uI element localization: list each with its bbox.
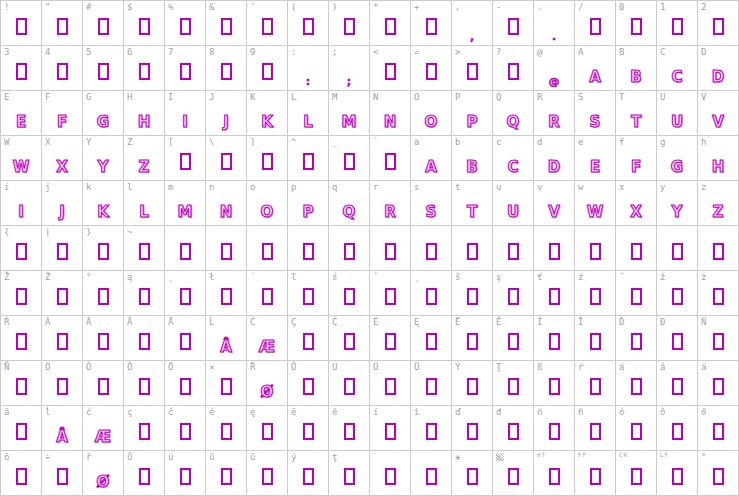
cell-label: č <box>168 407 173 417</box>
charmap-cell: % <box>165 1 205 45</box>
glyph-preview: J <box>206 115 246 130</box>
notdef-box <box>631 333 642 350</box>
notdef-box-glyph <box>83 18 123 39</box>
cell-label: ' <box>250 2 255 12</box>
charmap-cell: JJ <box>206 91 246 135</box>
cell-label: Á <box>45 317 50 327</box>
notdef-box-glyph <box>42 18 82 39</box>
notdef-box <box>590 468 601 485</box>
charmap-cell: ˇ <box>370 271 410 315</box>
glyph-preview: Æ <box>83 430 123 445</box>
notdef-box-glyph <box>124 423 164 444</box>
charmap-cell: Ŕ <box>1 316 41 360</box>
notdef-box-glyph <box>698 18 738 39</box>
cell-label: Ö <box>168 362 173 372</box>
glyph-preview: Z <box>698 205 738 220</box>
notdef-box-glyph <box>247 468 287 489</box>
notdef-box <box>467 333 478 350</box>
notdef-box-glyph <box>329 423 369 444</box>
glyph-preview: S <box>411 205 451 220</box>
charmap-cell: ý <box>288 451 328 495</box>
glyph-preview: O <box>411 115 451 130</box>
notdef-box-glyph <box>575 468 615 489</box>
charmap-cell: _ <box>329 136 369 180</box>
notdef-box <box>672 243 683 260</box>
notdef-box-glyph <box>42 378 82 399</box>
cell-label: ˇ <box>373 272 378 282</box>
glyph-preview: I <box>1 205 41 220</box>
cell-label: I <box>168 92 173 102</box>
charmap-cell: ä <box>1 406 41 450</box>
glyph-preview: A <box>575 70 615 85</box>
cell-label: 6 <box>127 47 132 57</box>
notdef-box-glyph <box>124 18 164 39</box>
glyph-preview: M <box>165 205 205 220</box>
notdef-box <box>385 153 396 170</box>
charmap-cell: ź <box>575 271 615 315</box>
cell-label: ť <box>537 272 542 282</box>
cell-label: ° <box>701 452 706 462</box>
cell-label: 0 <box>619 2 624 12</box>
charmap-cell: = <box>411 46 451 90</box>
notdef-box-glyph <box>247 423 287 444</box>
notdef-box <box>385 243 396 260</box>
charmap-cell: TT <box>616 91 656 135</box>
notdef-box-glyph <box>657 288 697 309</box>
cell-label: u <box>496 182 501 192</box>
notdef-box <box>631 378 642 395</box>
cell-label: k <box>86 182 91 192</box>
cell-label: ˙ <box>373 452 378 462</box>
charmap-cell: ,, <box>452 1 492 45</box>
glyph-preview: U <box>493 205 533 220</box>
notdef-box-glyph <box>1 63 41 84</box>
notdef-box <box>631 468 642 485</box>
charmap-cell: hH <box>698 136 738 180</box>
charmap-cell: ż <box>698 271 738 315</box>
cell-label: A <box>578 47 583 57</box>
notdef-box-glyph <box>616 288 656 309</box>
notdef-box-glyph <box>698 423 738 444</box>
charmap-cell: wW <box>575 181 615 225</box>
cell-label: v <box>537 182 542 192</box>
cell-label: Ę <box>414 317 419 327</box>
cell-label: [ <box>168 137 173 147</box>
charmap-cell: SS <box>575 91 615 135</box>
charmap-cell: ţ <box>329 451 369 495</box>
notdef-box-glyph <box>616 18 656 39</box>
charmap-cell: * <box>370 1 410 45</box>
charmap-cell: BB <box>616 46 656 90</box>
cell-label: @ <box>537 47 542 57</box>
cell-label: Ď <box>619 317 624 327</box>
glyph-preview: P <box>452 115 492 130</box>
notdef-box-glyph <box>493 18 533 39</box>
charmap-cell: fF <box>616 136 656 180</box>
cell-label: × <box>209 362 214 372</box>
charmap-cell: pP <box>288 181 328 225</box>
cell-label: ó <box>619 407 624 417</box>
charmap-cell: 4 <box>42 46 82 90</box>
notdef-box-glyph <box>493 63 533 84</box>
notdef-box-glyph <box>411 333 451 354</box>
cell-label: > <box>455 47 460 57</box>
notdef-box-glyph <box>616 378 656 399</box>
cell-label: q <box>332 182 337 192</box>
notdef-box <box>426 63 437 80</box>
charmap-cell: 6 <box>124 46 164 90</box>
cell-label: _ <box>332 137 337 147</box>
charmap-cell: ' <box>247 1 287 45</box>
charmap-cell: RR <box>534 91 574 135</box>
notdef-box <box>262 423 273 440</box>
charmap-cell: ° <box>83 271 123 315</box>
cell-label: t <box>455 182 460 192</box>
notdef-box-glyph <box>288 288 328 309</box>
notdef-box-glyph <box>247 153 287 174</box>
notdef-box <box>426 423 437 440</box>
charmap-cell: é <box>206 406 246 450</box>
cell-label: ľ <box>291 272 296 282</box>
charmap-cell <box>411 451 451 495</box>
charmap-cell <box>247 226 287 270</box>
charmap-cell: Č <box>329 316 369 360</box>
charmap-cell: ´ <box>247 271 287 315</box>
notdef-box <box>221 288 232 305</box>
cell-label: e <box>578 137 583 147</box>
notdef-box <box>672 333 683 350</box>
notdef-box-glyph <box>165 63 205 84</box>
charmap-cell: Ő <box>124 361 164 405</box>
cell-label: É <box>373 317 378 327</box>
charmap-cell: eE <box>575 136 615 180</box>
notdef-box <box>221 378 232 395</box>
notdef-box <box>221 423 232 440</box>
cell-label: ü <box>250 452 255 462</box>
notdef-box <box>57 18 68 35</box>
notdef-box-glyph <box>452 63 492 84</box>
cell-label: s <box>414 182 419 192</box>
cell-label: D <box>701 47 706 57</box>
charmap-cell: EE <box>1 91 41 135</box>
notdef-box <box>549 288 560 305</box>
notdef-box-glyph <box>206 63 246 84</box>
notdef-box <box>426 18 437 35</box>
cell-label: ă <box>701 362 706 372</box>
charmap-cell: xX <box>616 181 656 225</box>
notdef-box <box>139 288 150 305</box>
glyph-preview: Å <box>42 430 82 445</box>
notdef-box-glyph <box>1 378 41 399</box>
notdef-box-glyph <box>83 63 123 84</box>
notdef-box-glyph <box>329 18 369 39</box>
charmap-cell: ě <box>329 406 369 450</box>
charmap-cell: vV <box>534 181 574 225</box>
cell-label: Đ <box>660 317 665 327</box>
notdef-box <box>385 333 396 350</box>
glyph-preview-small: , <box>452 31 492 42</box>
cell-label: X <box>45 137 50 147</box>
notdef-box-glyph <box>493 378 533 399</box>
notdef-box <box>713 18 724 35</box>
charmap-cell: HT <box>534 451 574 495</box>
cell-label: i <box>4 182 9 192</box>
charmap-cell: Î <box>575 316 615 360</box>
charmap-cell: Ä <box>165 316 205 360</box>
charmap-cell: zZ <box>698 181 738 225</box>
notdef-box-glyph <box>452 333 492 354</box>
cell-label: B <box>619 47 624 57</box>
notdef-box-glyph <box>657 333 697 354</box>
glyph-preview: R <box>370 205 410 220</box>
charmap-cell: \ <box>206 136 246 180</box>
notdef-box <box>262 18 273 35</box>
notdef-box <box>426 468 437 485</box>
charmap-cell: ćÆ <box>83 406 123 450</box>
notdef-box-glyph <box>288 243 328 264</box>
charmap-cell: Ó <box>42 361 82 405</box>
notdef-box <box>672 18 683 35</box>
notdef-box <box>16 288 27 305</box>
notdef-box <box>180 243 191 260</box>
cell-label: Ž <box>4 272 9 282</box>
notdef-box <box>549 423 560 440</box>
notdef-box-glyph <box>165 333 205 354</box>
cell-label: Ű <box>373 362 378 372</box>
charmap-cell: " <box>42 1 82 45</box>
cell-label: ´ <box>250 272 255 282</box>
cell-label: é <box>209 407 214 417</box>
charmap-cell: { <box>1 226 41 270</box>
charmap-cell: ĺÅ <box>42 406 82 450</box>
glyph-preview: N <box>370 115 410 130</box>
cell-label: % <box>168 2 173 12</box>
notdef-box-glyph <box>370 18 410 39</box>
charmap-cell: / <box>575 1 615 45</box>
notdef-box-glyph <box>288 468 328 489</box>
cell-label: U <box>660 92 665 102</box>
cell-label: m <box>168 182 173 192</box>
cell-label: # <box>86 2 91 12</box>
notdef-box <box>98 333 109 350</box>
cell-label: ¸ <box>414 272 419 282</box>
notdef-box <box>57 243 68 260</box>
charmap-cell: oO <box>247 181 287 225</box>
cell-label: Ó <box>45 362 50 372</box>
charmap-cell: Ý <box>452 361 492 405</box>
notdef-box <box>549 468 560 485</box>
cell-label: \ <box>209 137 214 147</box>
notdef-box <box>180 288 191 305</box>
notdef-box <box>303 288 314 305</box>
charmap-cell: Ô <box>83 361 123 405</box>
glyph-preview: B <box>452 160 492 175</box>
notdef-box <box>549 243 560 260</box>
charmap-cell: mM <box>165 181 205 225</box>
charmap-cell: řØ <box>83 451 123 495</box>
notdef-box-glyph <box>616 423 656 444</box>
charmap-cell: 1 <box>657 1 697 45</box>
charmap-cell: 8 <box>206 46 246 90</box>
charmap-cell: ° <box>698 451 738 495</box>
notdef-box <box>631 288 642 305</box>
notdef-box-glyph <box>370 333 410 354</box>
charmap-cell: ? <box>493 46 533 90</box>
notdef-box <box>344 18 355 35</box>
notdef-box-glyph <box>698 378 738 399</box>
notdef-box <box>508 288 519 305</box>
cell-label: Ô <box>86 362 91 372</box>
charmap-cell: 9 <box>247 46 287 90</box>
charmap-cell: qQ <box>329 181 369 225</box>
cell-label: a <box>414 137 419 147</box>
cell-label: E <box>4 92 9 102</box>
cell-label: ë <box>291 407 296 417</box>
notdef-box <box>508 423 519 440</box>
cell-label: LF <box>660 452 669 457</box>
notdef-box-glyph <box>206 423 246 444</box>
cell-label: ź <box>578 272 583 282</box>
notdef-box <box>672 288 683 305</box>
cell-label: K <box>250 92 255 102</box>
cell-label: ő <box>701 407 706 417</box>
notdef-box <box>713 378 724 395</box>
cell-label: ń <box>537 407 542 417</box>
notdef-box-glyph <box>657 378 697 399</box>
cell-label: 1 <box>660 2 665 12</box>
cell-label: ä <box>4 407 9 417</box>
charmap-cell: } <box>83 226 123 270</box>
cell-label: CR <box>619 452 628 457</box>
notdef-box <box>16 63 27 80</box>
notdef-box-glyph <box>206 378 246 399</box>
charmap-cell: .. <box>534 1 574 45</box>
notdef-box-glyph <box>1 333 41 354</box>
charmap-cell: UU <box>657 91 697 135</box>
cell-label: Y <box>86 137 91 147</box>
charmap-cell: GG <box>83 91 123 135</box>
cell-label: 5 <box>86 47 91 57</box>
charmap-cell: Ú <box>329 361 369 405</box>
notdef-box <box>385 18 396 35</box>
notdef-box <box>16 468 27 485</box>
charmap-cell: ś <box>329 271 369 315</box>
notdef-box-glyph <box>493 468 533 489</box>
glyph-preview: F <box>42 115 82 130</box>
glyph-preview: D <box>534 160 574 175</box>
cell-label: x <box>619 182 624 192</box>
notdef-box <box>508 333 519 350</box>
notdef-box-glyph <box>206 288 246 309</box>
charmap-cell <box>575 226 615 270</box>
glyph-preview: C <box>657 70 697 85</box>
notdef-box-glyph <box>452 243 492 264</box>
cell-label: ) <box>332 2 337 12</box>
notdef-box-glyph <box>452 468 492 489</box>
cell-label: Ř <box>250 362 255 372</box>
notdef-box-glyph <box>493 423 533 444</box>
notdef-box <box>139 18 150 35</box>
charmap-cell: î <box>411 406 451 450</box>
charmap-cell: 0 <box>616 1 656 45</box>
cell-label: Q <box>496 92 501 102</box>
cell-label: y <box>660 182 665 192</box>
charmap-cell: ü <box>247 451 287 495</box>
glyph-preview: G <box>657 160 697 175</box>
notdef-box-glyph <box>83 378 123 399</box>
notdef-box <box>590 333 601 350</box>
charmap-cell: > <box>452 46 492 90</box>
notdef-box-glyph <box>616 243 656 264</box>
cell-label: í <box>373 407 378 417</box>
charmap-cell: ď <box>452 406 492 450</box>
notdef-box <box>426 333 437 350</box>
charmap-cell: × <box>206 361 246 405</box>
notdef-box <box>57 468 68 485</box>
cell-label: ŕ <box>578 362 583 372</box>
notdef-box <box>385 378 396 395</box>
charmap-cell: Ç <box>288 316 328 360</box>
notdef-box <box>262 63 273 80</box>
charmap-cell: - <box>493 1 533 45</box>
notdef-box-glyph <box>1 288 41 309</box>
notdef-box <box>16 243 27 260</box>
notdef-box-glyph <box>698 468 738 489</box>
character-map-grid: !"#$%&'()*+,,-../0123456789::;;<=>?@@AAB… <box>0 0 739 496</box>
glyph-preview: J <box>42 205 82 220</box>
cell-label: { <box>4 227 9 237</box>
cell-label: Ý <box>455 362 460 372</box>
notdef-box-glyph <box>247 18 287 39</box>
charmap-cell: tT <box>452 181 492 225</box>
notdef-box <box>672 378 683 395</box>
charmap-cell: ŕ <box>575 361 615 405</box>
cell-label: ö <box>4 452 9 462</box>
charmap-cell: ş <box>493 271 533 315</box>
cell-label: ! <box>4 2 9 12</box>
notdef-box <box>139 378 150 395</box>
charmap-cell: + <box>411 1 451 45</box>
cell-label: F <box>45 92 50 102</box>
notdef-box <box>57 288 68 305</box>
notdef-box-glyph <box>616 333 656 354</box>
cell-label: o <box>250 182 255 192</box>
charmap-cell: Ě <box>493 316 533 360</box>
cell-label: / <box>578 2 583 12</box>
cell-label: M <box>332 92 337 102</box>
glyph-preview: K <box>247 115 287 130</box>
charmap-cell: < <box>370 46 410 90</box>
notdef-box-glyph <box>575 333 615 354</box>
notdef-box-glyph <box>206 468 246 489</box>
notdef-box <box>344 243 355 260</box>
charmap-cell <box>698 226 738 270</box>
notdef-box-glyph <box>288 333 328 354</box>
glyph-preview: C <box>493 160 533 175</box>
notdef-box <box>713 468 724 485</box>
charmap-cell: ! <box>1 1 41 45</box>
glyph-preview: S <box>575 115 615 130</box>
notdef-box-glyph <box>411 18 451 39</box>
charmap-cell: ) <box>329 1 369 45</box>
charmap-cell: AA <box>575 46 615 90</box>
cell-label: f <box>619 137 624 147</box>
notdef-box-glyph <box>329 378 369 399</box>
glyph-preview: Ø <box>83 475 123 490</box>
cell-label: ú <box>168 452 173 462</box>
glyph-preview: G <box>83 115 123 130</box>
charmap-cell: Ž <box>1 271 41 315</box>
